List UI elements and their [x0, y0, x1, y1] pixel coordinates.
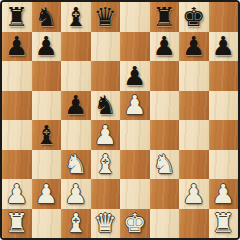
square-f7[interactable]: ♟	[150, 32, 180, 62]
square-b4[interactable]: ♝	[32, 120, 62, 150]
square-g5[interactable]	[179, 91, 209, 121]
square-c5[interactable]: ♟	[61, 91, 91, 121]
white-knight-c3[interactable]: ♞	[64, 151, 87, 177]
square-c7[interactable]	[61, 32, 91, 62]
white-pawn-g2[interactable]: ♟	[182, 181, 205, 207]
black-pawn-a7[interactable]: ♟	[5, 33, 28, 59]
square-c6[interactable]	[61, 61, 91, 91]
square-d3[interactable]: ♝	[91, 150, 121, 180]
black-king-g8[interactable]: ♚	[182, 4, 205, 30]
square-d1[interactable]: ♛	[91, 209, 121, 239]
square-a6[interactable]	[2, 61, 32, 91]
black-rook-a8[interactable]: ♜	[5, 4, 28, 30]
chess-board: ♜♞♝♛♜♚♟♟♟♟♟♟♟♞♟♝♟♞♝♞♟♟♟♟♟♜♝♛♚♜	[0, 0, 240, 240]
square-b7[interactable]: ♟	[32, 32, 62, 62]
square-f8[interactable]: ♜	[150, 2, 180, 32]
square-g3[interactable]	[179, 150, 209, 180]
square-d7[interactable]	[91, 32, 121, 62]
square-e4[interactable]	[120, 120, 150, 150]
square-g4[interactable]	[179, 120, 209, 150]
white-king-e1[interactable]: ♚	[123, 210, 146, 236]
square-h7[interactable]: ♟	[209, 32, 239, 62]
black-knight-b8[interactable]: ♞	[35, 4, 58, 30]
square-e6[interactable]: ♟	[120, 61, 150, 91]
white-pawn-d4[interactable]: ♟	[94, 122, 117, 148]
black-pawn-b7[interactable]: ♟	[35, 33, 58, 59]
square-f3[interactable]: ♞	[150, 150, 180, 180]
square-b1[interactable]	[32, 209, 62, 239]
square-b5[interactable]	[32, 91, 62, 121]
square-h5[interactable]	[209, 91, 239, 121]
square-d2[interactable]	[91, 179, 121, 209]
square-c1[interactable]: ♝	[61, 209, 91, 239]
white-bishop-d3[interactable]: ♝	[94, 151, 117, 177]
white-pawn-b2[interactable]: ♟	[35, 181, 58, 207]
square-f5[interactable]	[150, 91, 180, 121]
black-knight-d5[interactable]: ♞	[94, 92, 117, 118]
square-h4[interactable]	[209, 120, 239, 150]
square-d6[interactable]	[91, 61, 121, 91]
square-e8[interactable]	[120, 2, 150, 32]
square-h8[interactable]	[209, 2, 239, 32]
square-e2[interactable]	[120, 179, 150, 209]
white-pawn-a2[interactable]: ♟	[5, 181, 28, 207]
white-rook-h1[interactable]: ♜	[212, 210, 235, 236]
square-d4[interactable]: ♟	[91, 120, 121, 150]
square-f2[interactable]	[150, 179, 180, 209]
square-h6[interactable]	[209, 61, 239, 91]
square-c4[interactable]	[61, 120, 91, 150]
square-d5[interactable]: ♞	[91, 91, 121, 121]
square-h1[interactable]: ♜	[209, 209, 239, 239]
square-e1[interactable]: ♚	[120, 209, 150, 239]
square-f4[interactable]	[150, 120, 180, 150]
white-bishop-c1[interactable]: ♝	[64, 210, 87, 236]
square-d8[interactable]: ♛	[91, 2, 121, 32]
square-a1[interactable]: ♜	[2, 209, 32, 239]
black-pawn-g7[interactable]: ♟	[182, 33, 205, 59]
white-queen-d1[interactable]: ♛	[94, 210, 117, 236]
square-c8[interactable]: ♝	[61, 2, 91, 32]
square-h3[interactable]	[209, 150, 239, 180]
square-b3[interactable]	[32, 150, 62, 180]
square-a5[interactable]	[2, 91, 32, 121]
black-bishop-b4[interactable]: ♝	[35, 122, 58, 148]
square-g2[interactable]: ♟	[179, 179, 209, 209]
square-b6[interactable]	[32, 61, 62, 91]
square-g8[interactable]: ♚	[179, 2, 209, 32]
black-pawn-f7[interactable]: ♟	[153, 33, 176, 59]
square-c3[interactable]: ♞	[61, 150, 91, 180]
square-e5[interactable]: ♟	[120, 91, 150, 121]
white-pawn-c2[interactable]: ♟	[64, 181, 87, 207]
white-rook-a1[interactable]: ♜	[5, 210, 28, 236]
square-c2[interactable]: ♟	[61, 179, 91, 209]
square-g6[interactable]	[179, 61, 209, 91]
white-pawn-h2[interactable]: ♟	[212, 181, 235, 207]
square-a3[interactable]	[2, 150, 32, 180]
square-g1[interactable]	[179, 209, 209, 239]
square-a7[interactable]: ♟	[2, 32, 32, 62]
square-e3[interactable]	[120, 150, 150, 180]
white-knight-f3[interactable]: ♞	[153, 151, 176, 177]
square-f6[interactable]	[150, 61, 180, 91]
black-queen-d8[interactable]: ♛	[94, 4, 117, 30]
square-a4[interactable]	[2, 120, 32, 150]
black-bishop-c8[interactable]: ♝	[64, 4, 87, 30]
square-b2[interactable]: ♟	[32, 179, 62, 209]
black-pawn-h7[interactable]: ♟	[212, 33, 235, 59]
black-pawn-c5[interactable]: ♟	[64, 92, 87, 118]
square-e7[interactable]	[120, 32, 150, 62]
square-a8[interactable]: ♜	[2, 2, 32, 32]
square-a2[interactable]: ♟	[2, 179, 32, 209]
black-pawn-e6[interactable]: ♟	[123, 63, 146, 89]
white-pawn-e5[interactable]: ♟	[123, 92, 146, 118]
square-f1[interactable]	[150, 209, 180, 239]
black-rook-f8[interactable]: ♜	[153, 4, 176, 30]
square-g7[interactable]: ♟	[179, 32, 209, 62]
square-b8[interactable]: ♞	[32, 2, 62, 32]
square-h2[interactable]: ♟	[209, 179, 239, 209]
